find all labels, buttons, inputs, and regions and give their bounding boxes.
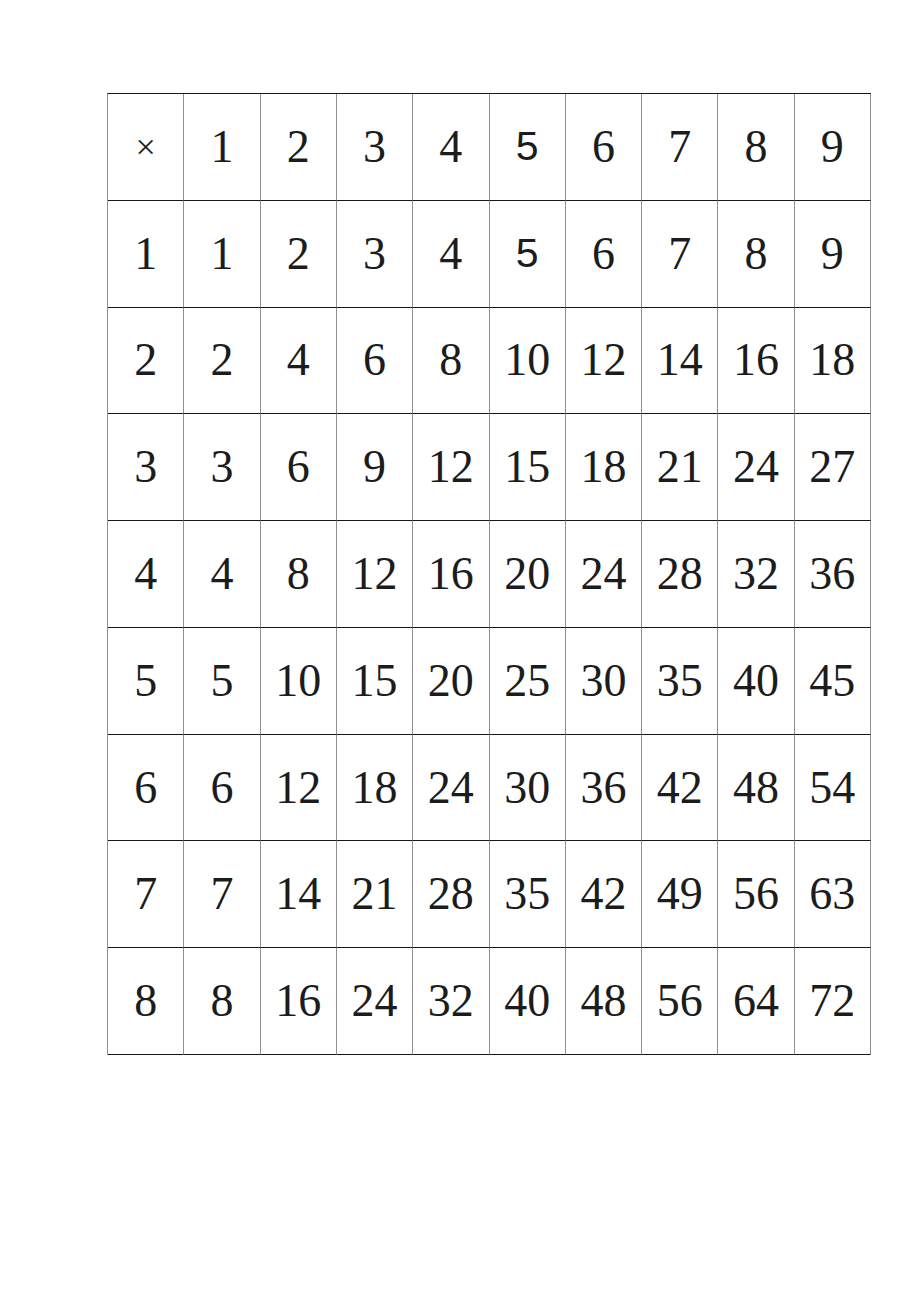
product-cell-3x8: 24 xyxy=(718,414,794,521)
row-header-cell-7: 7 xyxy=(108,841,184,948)
product-cell-6x5: 30 xyxy=(490,735,566,842)
product-cell-7x9: 63 xyxy=(795,841,871,948)
product-cell-7x2: 14 xyxy=(261,841,337,948)
column-header-cell-8: 8 xyxy=(718,94,794,201)
product-cell-2x8: 16 xyxy=(718,308,794,415)
product-cell-3x1: 3 xyxy=(184,414,260,521)
column-header-cell-1: 1 xyxy=(184,94,260,201)
product-cell-5x9: 45 xyxy=(795,628,871,735)
product-cell-5x2: 10 xyxy=(261,628,337,735)
product-cell-7x8: 56 xyxy=(718,841,794,948)
product-cell-3x3: 9 xyxy=(337,414,413,521)
product-cell-1x6: 6 xyxy=(566,201,642,308)
product-cell-6x6: 36 xyxy=(566,735,642,842)
product-cell-8x2: 16 xyxy=(261,948,337,1055)
product-cell-6x2: 12 xyxy=(261,735,337,842)
product-cell-1x1: 1 xyxy=(184,201,260,308)
column-header-cell-2: 2 xyxy=(261,94,337,201)
product-cell-4x7: 28 xyxy=(642,521,718,628)
product-cell-7x6: 42 xyxy=(566,841,642,948)
product-cell-8x4: 32 xyxy=(413,948,489,1055)
row-header-cell-1: 1 xyxy=(108,201,184,308)
product-cell-7x5: 35 xyxy=(490,841,566,948)
product-cell-5x1: 5 xyxy=(184,628,260,735)
product-cell-5x7: 35 xyxy=(642,628,718,735)
row-header-cell-5: 5 xyxy=(108,628,184,735)
product-cell-7x7: 49 xyxy=(642,841,718,948)
operator-cell: × xyxy=(108,94,184,201)
product-cell-3x4: 12 xyxy=(413,414,489,521)
product-cell-2x7: 14 xyxy=(642,308,718,415)
row-header-cell-2: 2 xyxy=(108,308,184,415)
column-header-cell-3: 3 xyxy=(337,94,413,201)
product-cell-6x4: 24 xyxy=(413,735,489,842)
column-header-cell-4: 4 xyxy=(413,94,489,201)
product-cell-6x1: 6 xyxy=(184,735,260,842)
product-cell-1x2: 2 xyxy=(261,201,337,308)
product-cell-2x9: 18 xyxy=(795,308,871,415)
product-cell-5x8: 40 xyxy=(718,628,794,735)
product-cell-7x4: 28 xyxy=(413,841,489,948)
product-cell-3x2: 6 xyxy=(261,414,337,521)
document-page: ×123456789112345678922468101214161833691… xyxy=(0,0,920,1301)
product-cell-5x3: 15 xyxy=(337,628,413,735)
product-cell-2x2: 4 xyxy=(261,308,337,415)
product-cell-5x6: 30 xyxy=(566,628,642,735)
column-header-cell-9: 9 xyxy=(795,94,871,201)
column-header-cell-6: 6 xyxy=(566,94,642,201)
product-cell-1x9: 9 xyxy=(795,201,871,308)
product-cell-1x7: 7 xyxy=(642,201,718,308)
product-cell-2x1: 2 xyxy=(184,308,260,415)
row-header-cell-8: 8 xyxy=(108,948,184,1055)
product-cell-5x4: 20 xyxy=(413,628,489,735)
product-cell-4x3: 12 xyxy=(337,521,413,628)
product-cell-4x5: 20 xyxy=(490,521,566,628)
product-cell-1x8: 8 xyxy=(718,201,794,308)
product-cell-8x5: 40 xyxy=(490,948,566,1055)
product-cell-7x3: 21 xyxy=(337,841,413,948)
product-cell-6x3: 18 xyxy=(337,735,413,842)
product-cell-3x9: 27 xyxy=(795,414,871,521)
product-cell-8x1: 8 xyxy=(184,948,260,1055)
product-cell-6x9: 54 xyxy=(795,735,871,842)
product-cell-4x8: 32 xyxy=(718,521,794,628)
product-cell-3x6: 18 xyxy=(566,414,642,521)
product-cell-8x7: 56 xyxy=(642,948,718,1055)
product-cell-4x2: 8 xyxy=(261,521,337,628)
product-cell-3x7: 21 xyxy=(642,414,718,521)
row-header-cell-3: 3 xyxy=(108,414,184,521)
product-cell-7x1: 7 xyxy=(184,841,260,948)
product-cell-4x4: 16 xyxy=(413,521,489,628)
product-cell-2x6: 12 xyxy=(566,308,642,415)
product-cell-4x1: 4 xyxy=(184,521,260,628)
product-cell-3x5: 15 xyxy=(490,414,566,521)
product-cell-6x7: 42 xyxy=(642,735,718,842)
product-cell-8x8: 64 xyxy=(718,948,794,1055)
product-cell-2x3: 6 xyxy=(337,308,413,415)
product-cell-2x4: 8 xyxy=(413,308,489,415)
column-header-cell-7: 7 xyxy=(642,94,718,201)
product-cell-8x9: 72 xyxy=(795,948,871,1055)
column-header-cell-5: 5 xyxy=(490,94,566,201)
product-cell-1x5: 5 xyxy=(490,201,566,308)
row-header-cell-6: 6 xyxy=(108,735,184,842)
product-cell-5x5: 25 xyxy=(490,628,566,735)
product-cell-2x5: 10 xyxy=(490,308,566,415)
product-cell-8x6: 48 xyxy=(566,948,642,1055)
multiplication-table-grid: ×123456789112345678922468101214161833691… xyxy=(107,93,871,1055)
product-cell-6x8: 48 xyxy=(718,735,794,842)
product-cell-1x4: 4 xyxy=(413,201,489,308)
product-cell-8x3: 24 xyxy=(337,948,413,1055)
product-cell-4x6: 24 xyxy=(566,521,642,628)
row-header-cell-4: 4 xyxy=(108,521,184,628)
product-cell-1x3: 3 xyxy=(337,201,413,308)
product-cell-4x9: 36 xyxy=(795,521,871,628)
